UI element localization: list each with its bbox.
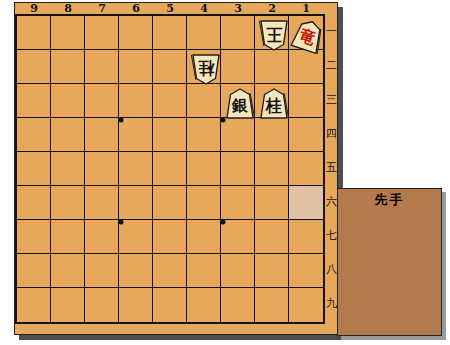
square-7九[interactable] [85, 288, 119, 322]
svg-text:桂: 桂 [198, 58, 215, 77]
square-2五[interactable] [255, 152, 289, 186]
square-9一[interactable] [17, 16, 51, 50]
file-label-8: 8 [51, 3, 85, 14]
square-6九[interactable] [119, 288, 153, 322]
square-7八[interactable] [85, 254, 119, 288]
square-8三[interactable] [51, 84, 85, 118]
rank-label-8: 八 [326, 252, 337, 286]
file-label-6: 6 [119, 3, 153, 14]
square-7一[interactable] [85, 16, 119, 50]
square-2七[interactable] [255, 220, 289, 254]
square-8八[interactable] [51, 254, 85, 288]
square-5二[interactable] [153, 50, 187, 84]
square-7二[interactable] [85, 50, 119, 84]
rank-label-6: 六 [326, 184, 337, 218]
square-6三[interactable] [119, 84, 153, 118]
square-6五[interactable] [119, 152, 153, 186]
shogi-diagram: 987654321 王竜桂銀桂 一二三四五六七八九 先手 [0, 0, 450, 345]
square-4一[interactable] [187, 16, 221, 50]
svg-text:王: 王 [266, 24, 283, 43]
square-4五[interactable] [187, 152, 221, 186]
square-1七[interactable] [289, 220, 323, 254]
square-2二[interactable] [255, 50, 289, 84]
shogi-board: 987654321 王竜桂銀桂 一二三四五六七八九 [14, 2, 338, 335]
square-2八[interactable] [255, 254, 289, 288]
square-9七[interactable] [17, 220, 51, 254]
square-8四[interactable] [51, 118, 85, 152]
piece-stand-label: 先手 [375, 191, 405, 335]
sente-piece-stand[interactable]: 先手 [337, 188, 442, 336]
square-3九[interactable] [221, 288, 255, 322]
square-2六[interactable] [255, 186, 289, 220]
square-9三[interactable] [17, 84, 51, 118]
rank-label-5: 五 [326, 150, 337, 184]
square-4三[interactable] [187, 84, 221, 118]
file-label-4: 4 [187, 3, 221, 14]
rank-coordinates: 一二三四五六七八九 [326, 14, 337, 320]
square-1五[interactable] [289, 152, 323, 186]
square-1四[interactable] [289, 118, 323, 152]
file-label-3: 3 [221, 3, 255, 14]
square-4四[interactable] [187, 118, 221, 152]
square-8一[interactable] [51, 16, 85, 50]
svg-text:桂: 桂 [265, 95, 282, 114]
square-1八[interactable] [289, 254, 323, 288]
square-6八[interactable] [119, 254, 153, 288]
square-9九[interactable] [17, 288, 51, 322]
piece-桂-4二[interactable]: 桂 [191, 54, 221, 85]
rank-label-3: 三 [326, 82, 337, 116]
square-9五[interactable] [17, 152, 51, 186]
square-5一[interactable] [153, 16, 187, 50]
file-label-2: 2 [255, 3, 289, 14]
square-8二[interactable] [51, 50, 85, 84]
square-5七[interactable] [153, 220, 187, 254]
square-3八[interactable] [221, 254, 255, 288]
square-6一[interactable] [119, 16, 153, 50]
square-9八[interactable] [17, 254, 51, 288]
file-label-9: 9 [17, 3, 51, 14]
square-5三[interactable] [153, 84, 187, 118]
square-4八[interactable] [187, 254, 221, 288]
square-1二[interactable] [289, 50, 323, 84]
square-2九[interactable] [255, 288, 289, 322]
rank-label-9: 九 [326, 286, 337, 320]
square-1九[interactable] [289, 288, 323, 322]
square-2四[interactable] [255, 118, 289, 152]
square-8五[interactable] [51, 152, 85, 186]
square-8七[interactable] [51, 220, 85, 254]
file-label-7: 7 [85, 3, 119, 14]
rank-label-1: 一 [326, 14, 337, 48]
square-8九[interactable] [51, 288, 85, 322]
square-6七[interactable] [119, 220, 153, 254]
piece-王-2一[interactable]: 王 [259, 20, 289, 51]
piece-銀-3三[interactable]: 銀 [225, 88, 255, 119]
square-5九[interactable] [153, 288, 187, 322]
square-6二[interactable] [119, 50, 153, 84]
svg-text:銀: 銀 [231, 95, 248, 114]
square-3六[interactable] [221, 186, 255, 220]
square-5五[interactable] [153, 152, 187, 186]
square-5六[interactable] [153, 186, 187, 220]
square-3二[interactable] [221, 50, 255, 84]
square-8六[interactable] [51, 186, 85, 220]
square-4六[interactable] [187, 186, 221, 220]
square-9二[interactable] [17, 50, 51, 84]
square-1三[interactable] [289, 84, 323, 118]
square-1六[interactable] [289, 186, 323, 220]
square-4七[interactable] [187, 220, 221, 254]
file-coordinates: 987654321 [17, 3, 323, 14]
square-7六[interactable] [85, 186, 119, 220]
square-7五[interactable] [85, 152, 119, 186]
square-3七[interactable] [221, 220, 255, 254]
square-6四[interactable] [119, 118, 153, 152]
square-3四[interactable] [221, 118, 255, 152]
square-7四[interactable] [85, 118, 119, 152]
square-3一[interactable] [221, 16, 255, 50]
rank-label-4: 四 [326, 116, 337, 150]
square-5八[interactable] [153, 254, 187, 288]
square-5四[interactable] [153, 118, 187, 152]
file-label-1: 1 [289, 3, 323, 14]
rank-label-7: 七 [326, 218, 337, 252]
square-7七[interactable] [85, 220, 119, 254]
board-grid: 王竜桂銀桂 [15, 14, 325, 324]
square-7三[interactable] [85, 84, 119, 118]
rank-label-2: 二 [326, 48, 337, 82]
file-label-5: 5 [153, 3, 187, 14]
square-9四[interactable] [17, 118, 51, 152]
piece-桂-2三[interactable]: 桂 [259, 88, 289, 119]
square-6六[interactable] [119, 186, 153, 220]
square-4九[interactable] [187, 288, 221, 322]
square-9六[interactable] [17, 186, 51, 220]
square-3五[interactable] [221, 152, 255, 186]
